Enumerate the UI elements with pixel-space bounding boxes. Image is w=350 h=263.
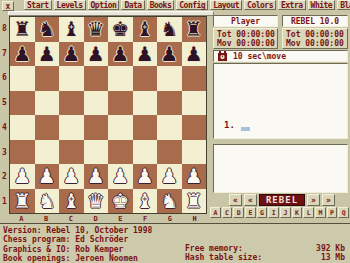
black-king: ♚ [111, 19, 129, 39]
version-line: Version: Rebel 10, October 1998 [3, 226, 350, 235]
menu-black[interactable]: Black [337, 0, 350, 10]
square-g6[interactable] [157, 66, 182, 91]
square-e1[interactable]: ♚ [108, 189, 133, 214]
square-f3[interactable] [133, 140, 158, 165]
square-c7[interactable]: ♟ [59, 42, 84, 67]
letter-button-g[interactable]: G [257, 207, 268, 218]
file-label-h: H [182, 214, 207, 223]
square-g4[interactable] [157, 115, 182, 140]
engine-clock-total: Tot 00:00:00 [286, 30, 344, 39]
square-c5[interactable] [59, 91, 84, 116]
square-g2[interactable]: ♟ [157, 164, 182, 189]
letter-button-d[interactable]: D [233, 207, 244, 218]
nav-first-button[interactable]: « [229, 194, 242, 206]
file-label-b: B [34, 214, 59, 223]
square-f8[interactable]: ♝ [133, 17, 158, 42]
move-entry-cursor [241, 127, 250, 131]
square-g5[interactable] [157, 91, 182, 116]
square-e8[interactable]: ♚ [108, 17, 133, 42]
engine-name-header: REBEL 10.0 [282, 15, 348, 27]
letter-button-j[interactable]: J [280, 207, 291, 218]
square-h5[interactable] [182, 91, 207, 116]
menu-bar: StartLevelsOptionDataBooksConfigLayoutCo… [24, 0, 349, 11]
engine-output-panel[interactable] [213, 144, 348, 193]
square-b6[interactable] [35, 66, 60, 91]
chess-board[interactable]: ♜♞♝♛♚♝♞♜♟♟♟♟♟♟♟♟♟♟♟♟♟♟♟♟♜♞♝♛♚♝♞♜ [9, 16, 207, 214]
rank-label-5: 5 [0, 90, 9, 115]
rank-label-6: 6 [0, 66, 9, 91]
file-labels: ABCDEFGH [9, 214, 207, 223]
rank-label-8: 8 [0, 16, 9, 41]
square-f7[interactable]: ♟ [133, 42, 158, 67]
nav-forward-button[interactable]: » [307, 194, 320, 206]
memory-info: Free memory: 392 Kb Hash table size: 13 … [185, 244, 345, 263]
white-pawn: ♟ [13, 166, 31, 186]
square-b5[interactable] [35, 91, 60, 116]
square-e2[interactable]: ♟ [108, 164, 133, 189]
white-queen: ♛ [87, 191, 105, 211]
square-g7[interactable]: ♟ [157, 42, 182, 67]
file-label-d: D [83, 214, 108, 223]
move-number: 1. [224, 120, 235, 130]
white-knight: ♞ [38, 191, 56, 211]
white-pawn: ♟ [87, 166, 105, 186]
white-pawn: ♟ [38, 166, 56, 186]
square-c4[interactable] [59, 115, 84, 140]
file-label-e: E [108, 214, 133, 223]
white-rook: ♜ [13, 191, 31, 211]
menu-data[interactable]: Data [121, 0, 144, 10]
white-pawn: ♟ [111, 166, 129, 186]
black-bishop: ♝ [136, 19, 154, 39]
letter-button-e[interactable]: E [245, 207, 256, 218]
square-b8[interactable]: ♞ [35, 17, 60, 42]
hash-size-value: 13 Mb [321, 253, 345, 262]
rebel-logo-button[interactable]: REBEL [259, 194, 305, 206]
black-pawn: ♟ [13, 44, 31, 64]
black-pawn: ♟ [160, 44, 178, 64]
square-b3[interactable] [35, 140, 60, 165]
black-rook: ♜ [185, 19, 203, 39]
letter-button-m[interactable]: M [315, 207, 326, 218]
square-a7[interactable]: ♟ [10, 42, 35, 67]
engine-clock-move: Mov 00:00:00 [286, 39, 344, 48]
white-pawn: ♟ [136, 166, 154, 186]
chess-clock-icon [218, 51, 227, 61]
rank-label-4: 4 [0, 115, 9, 140]
square-d1[interactable]: ♛ [84, 189, 109, 214]
square-e7[interactable]: ♟ [108, 42, 133, 67]
black-pawn: ♟ [185, 44, 203, 64]
letter-button-p[interactable]: P [327, 207, 338, 218]
close-button[interactable]: x [2, 1, 14, 11]
white-pawn: ♟ [185, 166, 203, 186]
nav-back-button[interactable]: « [244, 194, 257, 206]
square-d3[interactable] [84, 140, 109, 165]
square-h1[interactable]: ♜ [182, 189, 207, 214]
square-a4[interactable] [10, 115, 35, 140]
square-a6[interactable] [10, 66, 35, 91]
square-d8[interactable]: ♛ [84, 17, 109, 42]
status-bar: Version: Rebel 10, October 1998 Chess pr… [0, 223, 350, 263]
black-bishop: ♝ [62, 19, 80, 39]
square-c3[interactable] [59, 140, 84, 165]
letter-button-i[interactable]: I [268, 207, 279, 218]
square-g8[interactable]: ♞ [157, 17, 182, 42]
engine-clock: Tot 00:00:00 Mov 00:00:00 [282, 28, 348, 49]
square-c8[interactable]: ♝ [59, 17, 84, 42]
menu-white[interactable]: White [308, 0, 336, 10]
white-knight: ♞ [160, 191, 178, 211]
black-rook: ♜ [13, 19, 31, 39]
black-pawn: ♟ [111, 44, 129, 64]
black-queen: ♛ [87, 19, 105, 39]
menu-books[interactable]: Books [147, 0, 175, 10]
black-pawn: ♟ [136, 44, 154, 64]
black-pawn: ♟ [62, 44, 80, 64]
square-a2[interactable]: ♟ [10, 164, 35, 189]
square-b7[interactable]: ♟ [35, 42, 60, 67]
square-h6[interactable] [182, 66, 207, 91]
square-c1[interactable]: ♝ [59, 189, 84, 214]
square-f5[interactable] [133, 91, 158, 116]
square-h2[interactable]: ♟ [182, 164, 207, 189]
white-pawn: ♟ [160, 166, 178, 186]
square-f4[interactable] [133, 115, 158, 140]
square-b2[interactable]: ♟ [35, 164, 60, 189]
square-h8[interactable]: ♜ [182, 17, 207, 42]
white-king: ♚ [111, 191, 129, 211]
letter-button-q[interactable]: Q [338, 207, 349, 218]
function-letter-buttons: ACDEGIJKLMPQ [210, 207, 349, 218]
file-label-a: A [9, 214, 34, 223]
square-a3[interactable] [10, 140, 35, 165]
white-rook: ♜ [185, 191, 203, 211]
square-d6[interactable] [84, 66, 109, 91]
player-clock-move: Mov 00:00:00 [217, 39, 275, 48]
square-f2[interactable]: ♟ [133, 164, 158, 189]
nav-last-button[interactable]: » [322, 194, 335, 206]
white-bishop: ♝ [62, 191, 80, 211]
square-a1[interactable]: ♜ [10, 189, 35, 214]
black-pawn: ♟ [38, 44, 56, 64]
level-setting: 10 sec\move [233, 52, 286, 61]
menu-colors[interactable]: Colors [244, 0, 276, 10]
square-e6[interactable] [108, 66, 133, 91]
free-memory-value: 392 Kb [316, 244, 345, 253]
square-e3[interactable] [108, 140, 133, 165]
letter-button-a[interactable]: A [210, 207, 221, 218]
letter-button-c[interactable]: C [222, 207, 233, 218]
black-knight: ♞ [160, 19, 178, 39]
player-name-header: Player [213, 15, 278, 27]
square-c6[interactable] [59, 66, 84, 91]
menu-config[interactable]: Config [176, 0, 208, 10]
rank-labels: 87654321 [0, 16, 9, 214]
square-g3[interactable] [157, 140, 182, 165]
square-c2[interactable]: ♟ [59, 164, 84, 189]
square-a5[interactable] [10, 91, 35, 116]
square-f6[interactable] [133, 66, 158, 91]
file-label-f: F [133, 214, 158, 223]
square-b4[interactable] [35, 115, 60, 140]
rank-label-1: 1 [0, 189, 9, 214]
square-d2[interactable]: ♟ [84, 164, 109, 189]
player-clock: Tot 00:00:00 Mov 00:00:00 [213, 28, 278, 49]
rank-label-2: 2 [0, 165, 9, 190]
square-h4[interactable] [182, 115, 207, 140]
black-knight: ♞ [38, 19, 56, 39]
rank-label-7: 7 [0, 41, 9, 66]
file-label-c: C [59, 214, 84, 223]
square-f1[interactable]: ♝ [133, 189, 158, 214]
free-memory-label: Free memory: [185, 244, 243, 253]
square-a8[interactable]: ♜ [10, 17, 35, 42]
letter-button-k[interactable]: K [292, 207, 303, 218]
level-strip[interactable]: 10 sec\move [213, 50, 348, 62]
square-d4[interactable] [84, 115, 109, 140]
hash-size-label: Hash table size: [185, 253, 262, 262]
player-clock-total: Tot 00:00:00 [217, 30, 275, 39]
menu-start[interactable]: Start [24, 0, 52, 10]
black-pawn: ♟ [87, 44, 105, 64]
move-list-panel[interactable]: 1. [213, 63, 348, 139]
square-h7[interactable]: ♟ [182, 42, 207, 67]
square-g1[interactable]: ♞ [157, 189, 182, 214]
menu-extra[interactable]: Extra [278, 0, 306, 10]
menu-option[interactable]: Option [88, 0, 120, 10]
white-pawn: ♟ [62, 166, 80, 186]
letter-button-l[interactable]: L [303, 207, 314, 218]
square-d5[interactable] [84, 91, 109, 116]
menu-layout[interactable]: Layout [210, 0, 242, 10]
square-b1[interactable]: ♞ [35, 189, 60, 214]
file-label-g: G [158, 214, 183, 223]
square-h3[interactable] [182, 140, 207, 165]
square-d7[interactable]: ♟ [84, 42, 109, 67]
move-navigation: « « REBEL » » [229, 194, 335, 206]
white-bishop: ♝ [136, 191, 154, 211]
square-e4[interactable] [108, 115, 133, 140]
rank-label-3: 3 [0, 140, 9, 165]
square-e5[interactable] [108, 91, 133, 116]
menu-levels[interactable]: Levels [54, 0, 86, 10]
